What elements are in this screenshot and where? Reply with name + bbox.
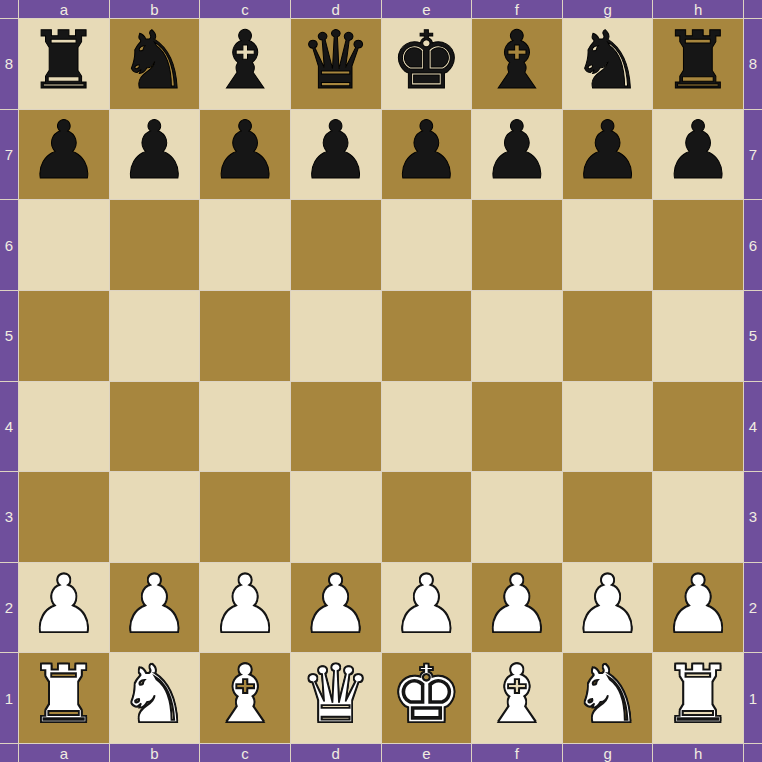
square-e6[interactable] (382, 200, 472, 290)
square-g3[interactable] (563, 472, 653, 562)
piece-black-pawn[interactable]: ♟ (119, 111, 191, 191)
piece-white-bishop[interactable]: ♝ (481, 655, 553, 735)
square-f6[interactable] (472, 200, 562, 290)
file-label-e-bottom: e (382, 744, 472, 762)
square-a5[interactable] (19, 291, 109, 381)
square-e2[interactable]: ♟ (382, 563, 472, 653)
frame-corner (0, 0, 18, 18)
piece-black-rook[interactable]: ♜ (662, 21, 734, 101)
square-f7[interactable]: ♟ (472, 110, 562, 200)
square-g4[interactable] (563, 382, 653, 472)
piece-white-rook[interactable]: ♜ (28, 655, 100, 735)
piece-white-knight[interactable]: ♞ (119, 655, 191, 735)
square-h7[interactable]: ♟ (653, 110, 743, 200)
file-label-f-bottom: f (472, 744, 562, 762)
square-e1[interactable]: ♚ (382, 653, 472, 743)
piece-white-pawn[interactable]: ♟ (300, 565, 372, 645)
square-b2[interactable]: ♟ (110, 563, 200, 653)
square-h4[interactable] (653, 382, 743, 472)
square-f3[interactable] (472, 472, 562, 562)
square-e5[interactable] (382, 291, 472, 381)
square-e8[interactable]: ♚ (382, 19, 472, 109)
square-h5[interactable] (653, 291, 743, 381)
piece-black-pawn[interactable]: ♟ (300, 111, 372, 191)
square-h2[interactable]: ♟ (653, 563, 743, 653)
file-label-h-bottom: h (653, 744, 743, 762)
square-e3[interactable] (382, 472, 472, 562)
square-h6[interactable] (653, 200, 743, 290)
square-g2[interactable]: ♟ (563, 563, 653, 653)
square-c2[interactable]: ♟ (200, 563, 290, 653)
piece-black-pawn[interactable]: ♟ (209, 111, 281, 191)
square-g1[interactable]: ♞ (563, 653, 653, 743)
piece-white-knight[interactable]: ♞ (572, 655, 644, 735)
square-c3[interactable] (200, 472, 290, 562)
square-d4[interactable] (291, 382, 381, 472)
rank-label-2-right: 2 (744, 563, 762, 653)
square-d7[interactable]: ♟ (291, 110, 381, 200)
piece-black-bishop[interactable]: ♝ (481, 21, 553, 101)
frame-corner (744, 744, 762, 762)
square-b5[interactable] (110, 291, 200, 381)
square-h3[interactable] (653, 472, 743, 562)
file-label-b-bottom: b (110, 744, 200, 762)
square-d6[interactable] (291, 200, 381, 290)
piece-white-pawn[interactable]: ♟ (28, 565, 100, 645)
square-d5[interactable] (291, 291, 381, 381)
rank-label-4-left: 4 (0, 382, 18, 472)
file-label-c-bottom: c (200, 744, 290, 762)
square-d8[interactable]: ♛ (291, 19, 381, 109)
piece-white-pawn[interactable]: ♟ (481, 565, 553, 645)
piece-white-pawn[interactable]: ♟ (209, 565, 281, 645)
piece-black-pawn[interactable]: ♟ (572, 111, 644, 191)
square-f5[interactable] (472, 291, 562, 381)
rank-label-3-left: 3 (0, 472, 18, 562)
square-c4[interactable] (200, 382, 290, 472)
piece-black-queen[interactable]: ♛ (300, 21, 372, 101)
square-f8[interactable]: ♝ (472, 19, 562, 109)
piece-black-rook[interactable]: ♜ (28, 21, 100, 101)
square-b4[interactable] (110, 382, 200, 472)
piece-black-bishop[interactable]: ♝ (209, 21, 281, 101)
piece-white-bishop[interactable]: ♝ (209, 655, 281, 735)
square-a8[interactable]: ♜ (19, 19, 109, 109)
piece-black-pawn[interactable]: ♟ (481, 111, 553, 191)
square-a1[interactable]: ♜ (19, 653, 109, 743)
square-c6[interactable] (200, 200, 290, 290)
piece-black-king[interactable]: ♚ (390, 21, 462, 101)
piece-white-rook[interactable]: ♜ (662, 655, 734, 735)
chess-board-frame: abcdefgh8♜♞♝♛♚♝♞♜87♟♟♟♟♟♟♟♟7665544332♟♟♟… (0, 0, 762, 762)
square-d1[interactable]: ♛ (291, 653, 381, 743)
rank-label-1-left: 1 (0, 653, 18, 743)
rank-label-7-left: 7 (0, 110, 18, 200)
square-a7[interactable]: ♟ (19, 110, 109, 200)
square-c7[interactable]: ♟ (200, 110, 290, 200)
square-b1[interactable]: ♞ (110, 653, 200, 743)
piece-white-pawn[interactable]: ♟ (119, 565, 191, 645)
square-a4[interactable] (19, 382, 109, 472)
square-g8[interactable]: ♞ (563, 19, 653, 109)
rank-label-2-left: 2 (0, 563, 18, 653)
square-b7[interactable]: ♟ (110, 110, 200, 200)
square-h1[interactable]: ♜ (653, 653, 743, 743)
square-g7[interactable]: ♟ (563, 110, 653, 200)
rank-label-5-right: 5 (744, 291, 762, 381)
piece-black-knight[interactable]: ♞ (572, 21, 644, 101)
piece-white-pawn[interactable]: ♟ (390, 565, 462, 645)
rank-label-6-left: 6 (0, 200, 18, 290)
square-b6[interactable] (110, 200, 200, 290)
piece-white-queen[interactable]: ♛ (300, 655, 372, 735)
file-label-d-bottom: d (291, 744, 381, 762)
piece-white-pawn[interactable]: ♟ (662, 565, 734, 645)
square-e7[interactable]: ♟ (382, 110, 472, 200)
rank-label-4-right: 4 (744, 382, 762, 472)
piece-black-pawn[interactable]: ♟ (662, 111, 734, 191)
rank-label-5-left: 5 (0, 291, 18, 381)
piece-black-pawn[interactable]: ♟ (28, 111, 100, 191)
piece-white-king[interactable]: ♚ (390, 655, 462, 735)
square-g6[interactable] (563, 200, 653, 290)
square-d2[interactable]: ♟ (291, 563, 381, 653)
square-a2[interactable]: ♟ (19, 563, 109, 653)
file-label-a-bottom: a (19, 744, 109, 762)
rank-label-8-right: 8 (744, 19, 762, 109)
piece-black-pawn[interactable]: ♟ (390, 111, 462, 191)
square-c5[interactable] (200, 291, 290, 381)
piece-white-pawn[interactable]: ♟ (572, 565, 644, 645)
piece-black-knight[interactable]: ♞ (119, 21, 191, 101)
rank-label-6-right: 6 (744, 200, 762, 290)
square-g5[interactable] (563, 291, 653, 381)
rank-label-7-right: 7 (744, 110, 762, 200)
rank-label-1-right: 1 (744, 653, 762, 743)
rank-label-3-right: 3 (744, 472, 762, 562)
square-c8[interactable]: ♝ (200, 19, 290, 109)
square-f1[interactable]: ♝ (472, 653, 562, 743)
rank-label-8-left: 8 (0, 19, 18, 109)
square-h8[interactable]: ♜ (653, 19, 743, 109)
file-label-g-bottom: g (563, 744, 653, 762)
square-d3[interactable] (291, 472, 381, 562)
square-b3[interactable] (110, 472, 200, 562)
square-a6[interactable] (19, 200, 109, 290)
square-f4[interactable] (472, 382, 562, 472)
square-f2[interactable]: ♟ (472, 563, 562, 653)
frame-corner (0, 744, 18, 762)
square-e4[interactable] (382, 382, 472, 472)
frame-corner (744, 0, 762, 18)
square-a3[interactable] (19, 472, 109, 562)
square-b8[interactable]: ♞ (110, 19, 200, 109)
square-c1[interactable]: ♝ (200, 653, 290, 743)
